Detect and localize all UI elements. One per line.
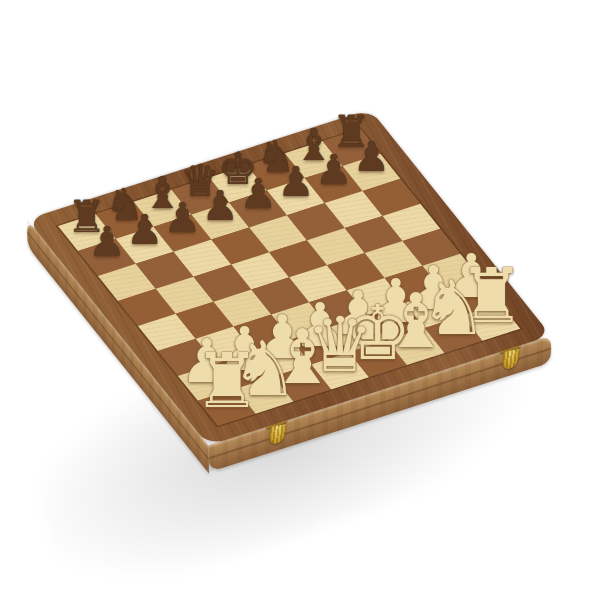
piece-black-pawn-a7[interactable]: ♟ [88,223,125,264]
piece-black-pawn-c7[interactable]: ♟ [164,198,201,239]
piece-black-pawn-d7[interactable]: ♟ [202,186,239,227]
piece-black-pawn-b7[interactable]: ♟ [126,211,163,252]
piece-black-pawn-f7[interactable]: ♟ [277,162,314,203]
piece-white-rook-a1[interactable]: ♜ [193,344,261,420]
piece-black-pawn-e7[interactable]: ♟ [240,174,277,215]
chess-set-photo: ♜♞♝♛♚♞♝♜♟♟♟♟♟♟♟♟♟♟♟♟♟♟♟♟♜♞♝♛♚♝♞♜ [0,0,600,600]
piece-black-pawn-g7[interactable]: ♟ [315,150,352,191]
clasp-shell-flap [501,349,519,371]
clasp-shell-flap [268,424,286,446]
piece-black-pawn-h7[interactable]: ♟ [353,138,390,179]
